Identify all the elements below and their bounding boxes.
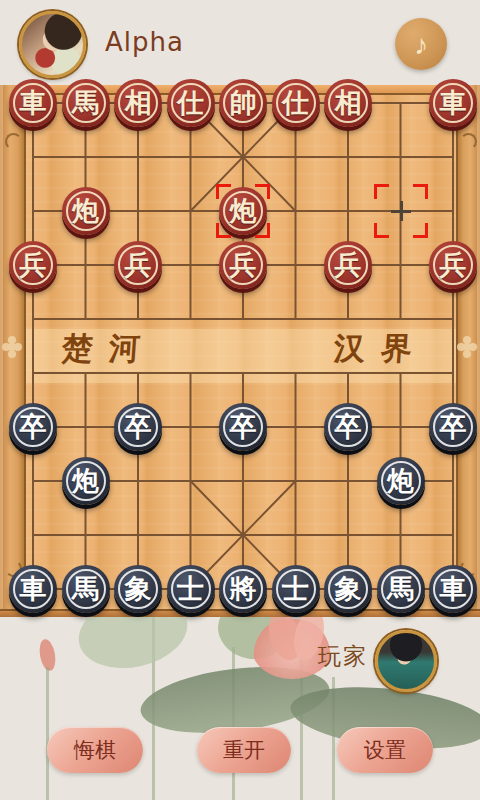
black-soldier-piece[interactable]: 卒 (324, 403, 372, 451)
piece-character: 仕 (177, 85, 204, 121)
piece-character: 兵 (230, 247, 257, 283)
black-soldier-piece[interactable]: 卒 (114, 403, 162, 451)
river-label-right: 汉界 (333, 328, 430, 370)
piece-character: 兵 (20, 247, 47, 283)
opponent-avatar (19, 11, 86, 78)
black-soldier-piece[interactable]: 卒 (429, 403, 477, 451)
red-cannon-piece[interactable]: 炮 (62, 187, 110, 235)
black-chariot-piece[interactable]: 車 (9, 565, 57, 613)
black-cannon-piece[interactable]: 炮 (377, 457, 425, 505)
piece-character: 炮 (230, 193, 257, 229)
piece-character: 炮 (387, 463, 414, 499)
piece-character: 馬 (72, 571, 99, 607)
music-button[interactable]: ♪ (395, 18, 447, 70)
black-advisor-piece[interactable]: 士 (272, 565, 320, 613)
settings-button[interactable]: 设置 (337, 727, 433, 773)
red-soldier-piece[interactable]: 兵 (114, 241, 162, 289)
piece-character: 卒 (230, 409, 257, 445)
black-horse-piece[interactable]: 馬 (62, 565, 110, 613)
piece-character: 炮 (72, 463, 99, 499)
music-note-icon: ♪ (414, 29, 428, 60)
river-label-left: 楚河 (61, 328, 158, 370)
red-advisor-piece[interactable]: 仕 (167, 79, 215, 127)
piece-character: 卒 (440, 409, 467, 445)
red-soldier-piece[interactable]: 兵 (9, 241, 57, 289)
red-soldier-piece[interactable]: 兵 (429, 241, 477, 289)
piece-character: 兵 (125, 247, 152, 283)
red-general-piece[interactable]: 帥 (219, 79, 267, 127)
black-horse-piece[interactable]: 馬 (377, 565, 425, 613)
piece-character: 相 (125, 85, 152, 121)
black-elephant-piece[interactable]: 象 (114, 565, 162, 613)
piece-character: 兵 (440, 247, 467, 283)
lotus-leaf (72, 617, 194, 678)
black-soldier-piece[interactable]: 卒 (9, 403, 57, 451)
player-name: 玩家 (318, 641, 368, 672)
piece-character: 車 (440, 85, 467, 121)
red-chariot-piece[interactable]: 車 (9, 79, 57, 127)
piece-character: 卒 (125, 409, 152, 445)
piece-character: 卒 (20, 409, 47, 445)
black-chariot-piece[interactable]: 車 (429, 565, 477, 613)
lotus-stem (46, 667, 49, 800)
piece-character: 車 (440, 571, 467, 607)
black-general-piece[interactable]: 將 (219, 565, 267, 613)
piece-character: 馬 (72, 85, 99, 121)
piece-character: 相 (335, 85, 362, 121)
red-advisor-piece[interactable]: 仕 (272, 79, 320, 127)
piece-character: 車 (20, 571, 47, 607)
piece-character: 象 (125, 571, 152, 607)
piece-character: 兵 (335, 247, 362, 283)
piece-character: 士 (282, 571, 309, 607)
restart-button[interactable]: 重开 (197, 727, 291, 773)
piece-character: 馬 (387, 571, 414, 607)
bottom-area: 玩家 悔棋 重开 设置 (0, 617, 480, 800)
piece-character: 帥 (230, 85, 257, 121)
red-soldier-piece[interactable]: 兵 (324, 241, 372, 289)
red-horse-piece[interactable]: 馬 (62, 79, 110, 127)
piece-character: 仕 (282, 85, 309, 121)
black-cannon-piece[interactable]: 炮 (62, 457, 110, 505)
piece-character: 車 (20, 85, 47, 121)
red-soldier-piece[interactable]: 兵 (219, 241, 267, 289)
black-soldier-piece[interactable]: 卒 (219, 403, 267, 451)
app-screen: Alpha ♪ 楚河 汉界 車馬相仕帥仕相車炮炮兵兵兵兵兵卒卒卒卒卒炮炮車馬象士… (0, 0, 480, 800)
piece-character: 炮 (72, 193, 99, 229)
opponent-name: Alpha (105, 27, 184, 57)
black-elephant-piece[interactable]: 象 (324, 565, 372, 613)
player-avatar (375, 630, 437, 692)
red-elephant-piece[interactable]: 相 (324, 79, 372, 127)
undo-button[interactable]: 悔棋 (47, 727, 143, 773)
black-advisor-piece[interactable]: 士 (167, 565, 215, 613)
piece-character: 士 (177, 571, 204, 607)
red-elephant-piece[interactable]: 相 (114, 79, 162, 127)
piece-character: 將 (230, 571, 257, 607)
piece-character: 卒 (335, 409, 362, 445)
red-chariot-piece[interactable]: 車 (429, 79, 477, 127)
piece-character: 象 (335, 571, 362, 607)
red-cannon-piece[interactable]: 炮 (219, 187, 267, 235)
xiangqi-board[interactable]: 楚河 汉界 車馬相仕帥仕相車炮炮兵兵兵兵兵卒卒卒卒卒炮炮車馬象士將士象馬車 (0, 85, 480, 617)
top-bar: Alpha ♪ (0, 0, 480, 85)
